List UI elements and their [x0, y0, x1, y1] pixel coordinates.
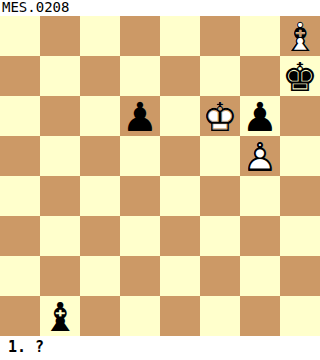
square-g3[interactable] [240, 216, 280, 256]
square-b6[interactable] [40, 96, 80, 136]
square-h1[interactable] [280, 296, 320, 336]
white-bishop[interactable]: ♗ [280, 16, 320, 56]
square-g2[interactable] [240, 256, 280, 296]
square-c3[interactable] [80, 216, 120, 256]
square-b1[interactable]: ♝ [40, 296, 80, 336]
square-e7[interactable] [160, 56, 200, 96]
square-c8[interactable] [80, 16, 120, 56]
square-f2[interactable] [200, 256, 240, 296]
square-b5[interactable] [40, 136, 80, 176]
square-e3[interactable] [160, 216, 200, 256]
square-f1[interactable] [200, 296, 240, 336]
chess-puzzle-window: MES.0208 ♗♚♟♔♟♙♝ 1. ? [0, 0, 320, 360]
square-b3[interactable] [40, 216, 80, 256]
square-d3[interactable] [120, 216, 160, 256]
square-b4[interactable] [40, 176, 80, 216]
square-e6[interactable] [160, 96, 200, 136]
square-e1[interactable] [160, 296, 200, 336]
square-a6[interactable] [0, 96, 40, 136]
square-a5[interactable] [0, 136, 40, 176]
square-c4[interactable] [80, 176, 120, 216]
square-g1[interactable] [240, 296, 280, 336]
square-d2[interactable] [120, 256, 160, 296]
square-d4[interactable] [120, 176, 160, 216]
square-h4[interactable] [280, 176, 320, 216]
square-c5[interactable] [80, 136, 120, 176]
black-bishop[interactable]: ♝ [40, 296, 80, 336]
square-c2[interactable] [80, 256, 120, 296]
square-g8[interactable] [240, 16, 280, 56]
square-d6[interactable]: ♟ [120, 96, 160, 136]
white-king[interactable]: ♔ [200, 96, 240, 136]
square-a2[interactable] [0, 256, 40, 296]
square-d1[interactable] [120, 296, 160, 336]
square-c1[interactable] [80, 296, 120, 336]
square-h3[interactable] [280, 216, 320, 256]
black-pawn[interactable]: ♟ [120, 96, 160, 136]
square-e8[interactable] [160, 16, 200, 56]
square-a1[interactable] [0, 296, 40, 336]
square-f7[interactable] [200, 56, 240, 96]
square-d7[interactable] [120, 56, 160, 96]
square-f4[interactable] [200, 176, 240, 216]
square-g5[interactable]: ♙ [240, 136, 280, 176]
square-c6[interactable] [80, 96, 120, 136]
square-g4[interactable] [240, 176, 280, 216]
black-king[interactable]: ♚ [280, 56, 320, 96]
square-b8[interactable] [40, 16, 80, 56]
square-f3[interactable] [200, 216, 240, 256]
square-h2[interactable] [280, 256, 320, 296]
chess-board: ♗♚♟♔♟♙♝ [0, 16, 320, 336]
square-b2[interactable] [40, 256, 80, 296]
square-h6[interactable] [280, 96, 320, 136]
square-h5[interactable] [280, 136, 320, 176]
square-a4[interactable] [0, 176, 40, 216]
puzzle-title: MES.0208 [0, 0, 320, 16]
square-g7[interactable] [240, 56, 280, 96]
square-e2[interactable] [160, 256, 200, 296]
black-pawn[interactable]: ♟ [240, 96, 280, 136]
square-e4[interactable] [160, 176, 200, 216]
white-pawn[interactable]: ♙ [240, 136, 280, 176]
square-f8[interactable] [200, 16, 240, 56]
square-h8[interactable]: ♗ [280, 16, 320, 56]
square-a7[interactable] [0, 56, 40, 96]
square-c7[interactable] [80, 56, 120, 96]
square-e5[interactable] [160, 136, 200, 176]
square-d5[interactable] [120, 136, 160, 176]
square-a3[interactable] [0, 216, 40, 256]
square-b7[interactable] [40, 56, 80, 96]
square-f6[interactable]: ♔ [200, 96, 240, 136]
square-h7[interactable]: ♚ [280, 56, 320, 96]
square-a8[interactable] [0, 16, 40, 56]
square-g6[interactable]: ♟ [240, 96, 280, 136]
square-f5[interactable] [200, 136, 240, 176]
square-d8[interactable] [120, 16, 160, 56]
